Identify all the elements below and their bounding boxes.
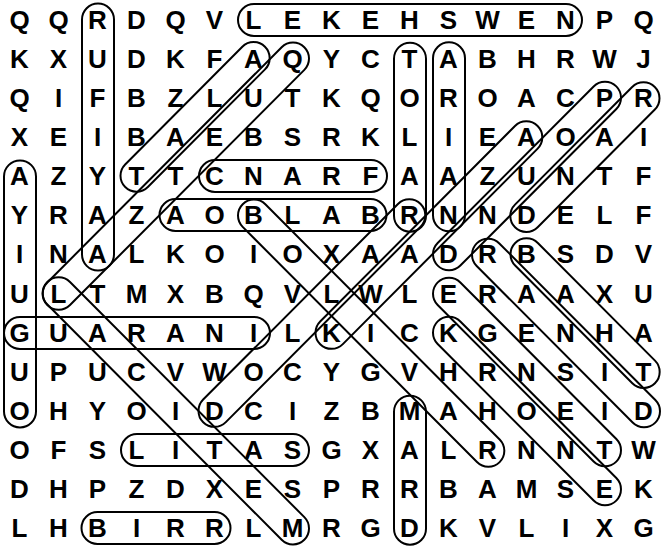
grid-cell-r5c3[interactable]: Y: [78, 157, 117, 196]
grid-cell-r12c2[interactable]: F: [39, 431, 78, 470]
grid-cell-r14c10[interactable]: G: [351, 509, 390, 548]
grid-cell-r10c13[interactable]: R: [468, 352, 507, 391]
grid-cell-r9c16[interactable]: H: [585, 313, 624, 352]
grid-cell-r10c11[interactable]: V: [390, 352, 429, 391]
grid-cell-r8c17[interactable]: U: [624, 274, 663, 313]
grid-cell-r9c15[interactable]: N: [546, 313, 585, 352]
grid-cell-r6c14[interactable]: D: [507, 196, 546, 235]
grid-cell-r6c7[interactable]: B: [234, 196, 273, 235]
grid-cell-r6c3[interactable]: A: [78, 196, 117, 235]
grid-cell-r7c10[interactable]: A: [351, 235, 390, 274]
grid-cell-r2c15[interactable]: R: [546, 39, 585, 78]
grid-cell-r7c9[interactable]: X: [312, 235, 351, 274]
grid-cell-r13c17[interactable]: K: [624, 470, 663, 509]
grid-cell-r5c7[interactable]: N: [234, 157, 273, 196]
grid-cell-r5c13[interactable]: Z: [468, 157, 507, 196]
grid-cell-r8c12[interactable]: E: [429, 274, 468, 313]
grid-cell-r3c5[interactable]: Z: [156, 78, 195, 117]
grid-cell-r11c16[interactable]: I: [585, 391, 624, 430]
grid-cell-r1c3[interactable]: R: [78, 0, 117, 39]
grid-cell-r4c8[interactable]: S: [273, 117, 312, 156]
grid-cell-r13c4[interactable]: Z: [117, 470, 156, 509]
grid-cell-r2c12[interactable]: A: [429, 39, 468, 78]
grid-cell-r10c9[interactable]: Y: [312, 352, 351, 391]
grid-cell-r6c5[interactable]: A: [156, 196, 195, 235]
grid-cell-r8c4[interactable]: M: [117, 274, 156, 313]
grid-cell-r10c17[interactable]: T: [624, 352, 663, 391]
grid-cell-r11c17[interactable]: D: [624, 391, 663, 430]
grid-cell-r7c16[interactable]: D: [585, 235, 624, 274]
grid-cell-r11c14[interactable]: O: [507, 391, 546, 430]
grid-cell-r9c1[interactable]: G: [0, 313, 39, 352]
grid-cell-r5c4[interactable]: T: [117, 157, 156, 196]
grid-cell-r7c7[interactable]: I: [234, 235, 273, 274]
grid-cell-r4c10[interactable]: K: [351, 117, 390, 156]
grid-cell-r9c8[interactable]: L: [273, 313, 312, 352]
grid-cell-r13c16[interactable]: E: [585, 470, 624, 509]
grid-cell-r3c11[interactable]: O: [390, 78, 429, 117]
grid-cell-r5c12[interactable]: A: [429, 157, 468, 196]
grid-cell-r11c1[interactable]: O: [0, 391, 39, 430]
grid-cell-r11c4[interactable]: O: [117, 391, 156, 430]
grid-cell-r10c14[interactable]: N: [507, 352, 546, 391]
grid-cell-r3c13[interactable]: O: [468, 78, 507, 117]
grid-cell-r7c3[interactable]: A: [78, 235, 117, 274]
grid-cell-r8c5[interactable]: X: [156, 274, 195, 313]
grid-cell-r10c8[interactable]: C: [273, 352, 312, 391]
grid-cell-r5c9[interactable]: R: [312, 157, 351, 196]
grid-cell-r10c2[interactable]: P: [39, 352, 78, 391]
grid-cell-r12c15[interactable]: N: [546, 431, 585, 470]
grid-cell-r9c14[interactable]: E: [507, 313, 546, 352]
grid-cell-r5c8[interactable]: A: [273, 157, 312, 196]
grid-cell-r11c15[interactable]: E: [546, 391, 585, 430]
grid-cell-r11c10[interactable]: B: [351, 391, 390, 430]
grid-cell-r4c9[interactable]: R: [312, 117, 351, 156]
grid-cell-r12c6[interactable]: T: [195, 431, 234, 470]
grid-cell-r4c11[interactable]: L: [390, 117, 429, 156]
grid-cell-r8c3[interactable]: T: [78, 274, 117, 313]
grid-cell-r9c17[interactable]: A: [624, 313, 663, 352]
grid-cell-r9c10[interactable]: I: [351, 313, 390, 352]
grid-cell-r3c15[interactable]: C: [546, 78, 585, 117]
grid-cell-r2c11[interactable]: T: [390, 39, 429, 78]
grid-cell-r9c13[interactable]: G: [468, 313, 507, 352]
grid-cell-r7c11[interactable]: A: [390, 235, 429, 274]
grid-cell-r10c6[interactable]: W: [195, 352, 234, 391]
grid-cell-r5c16[interactable]: T: [585, 157, 624, 196]
grid-cell-r1c14[interactable]: E: [507, 0, 546, 39]
grid-cell-r9c11[interactable]: C: [390, 313, 429, 352]
grid-cell-r7c1[interactable]: I: [0, 235, 39, 274]
grid-cell-r5c11[interactable]: A: [390, 157, 429, 196]
grid-cell-r8c10[interactable]: W: [351, 274, 390, 313]
grid-cell-r4c3[interactable]: I: [78, 117, 117, 156]
grid-cell-r12c16[interactable]: T: [585, 431, 624, 470]
grid-cell-r2c3[interactable]: U: [78, 39, 117, 78]
grid-cell-r10c16[interactable]: I: [585, 352, 624, 391]
grid-cell-r3c12[interactable]: R: [429, 78, 468, 117]
grid-cell-r12c14[interactable]: N: [507, 431, 546, 470]
grid-cell-r7c12[interactable]: D: [429, 235, 468, 274]
grid-cell-r12c12[interactable]: L: [429, 431, 468, 470]
grid-cell-r10c15[interactable]: S: [546, 352, 585, 391]
grid-cell-r13c11[interactable]: R: [390, 470, 429, 509]
grid-cell-r12c17[interactable]: W: [624, 431, 663, 470]
grid-cell-r8c13[interactable]: R: [468, 274, 507, 313]
grid-cell-r11c2[interactable]: H: [39, 391, 78, 430]
grid-cell-r5c1[interactable]: A: [0, 157, 39, 196]
grid-cell-r4c12[interactable]: I: [429, 117, 468, 156]
grid-cell-r13c14[interactable]: M: [507, 470, 546, 509]
grid-cell-r2c1[interactable]: K: [0, 39, 39, 78]
grid-cell-r5c5[interactable]: T: [156, 157, 195, 196]
grid-cell-r6c17[interactable]: F: [624, 196, 663, 235]
grid-cell-r4c1[interactable]: X: [0, 117, 39, 156]
grid-cell-r7c6[interactable]: O: [195, 235, 234, 274]
grid-cell-r4c16[interactable]: A: [585, 117, 624, 156]
grid-cell-r2c6[interactable]: F: [195, 39, 234, 78]
grid-cell-r12c5[interactable]: I: [156, 431, 195, 470]
grid-cell-r6c2[interactable]: R: [39, 196, 78, 235]
grid-cell-r12c13[interactable]: R: [468, 431, 507, 470]
grid-cell-r1c10[interactable]: E: [351, 0, 390, 39]
word-search-board: QQRDQVLEKEHSWENPQKXUDKFAQYCTABHRWJQIFBZL…: [0, 0, 663, 548]
grid-cell-r13c10[interactable]: R: [351, 470, 390, 509]
grid-cell-r10c12[interactable]: H: [429, 352, 468, 391]
grid-cell-r4c17[interactable]: I: [624, 117, 663, 156]
grid-cell-r10c7[interactable]: O: [234, 352, 273, 391]
grid-cell-r4c15[interactable]: O: [546, 117, 585, 156]
grid-cell-r10c10[interactable]: G: [351, 352, 390, 391]
grid-cell-r1c11[interactable]: H: [390, 0, 429, 39]
grid-cell-r10c3[interactable]: U: [78, 352, 117, 391]
grid-cell-r1c13[interactable]: W: [468, 0, 507, 39]
grid-cell-r1c7[interactable]: L: [234, 0, 273, 39]
grid-cell-r7c4[interactable]: L: [117, 235, 156, 274]
grid-cell-r11c7[interactable]: C: [234, 391, 273, 430]
grid-cell-r13c9[interactable]: P: [312, 470, 351, 509]
grid-cell-r14c17[interactable]: G: [624, 509, 663, 548]
grid-cell-r12c3[interactable]: S: [78, 431, 117, 470]
grid-cell-r9c12[interactable]: K: [429, 313, 468, 352]
grid-cell-r1c9[interactable]: K: [312, 0, 351, 39]
grid-cell-r11c3[interactable]: Y: [78, 391, 117, 430]
grid-cell-r1c6[interactable]: V: [195, 0, 234, 39]
grid-cell-r12c9[interactable]: G: [312, 431, 351, 470]
grid-cell-r8c14[interactable]: A: [507, 274, 546, 313]
grid-cell-r14c14[interactable]: L: [507, 509, 546, 548]
grid-cell-r2c4[interactable]: D: [117, 39, 156, 78]
grid-cell-r14c8[interactable]: M: [273, 509, 312, 548]
grid-cell-r5c17[interactable]: F: [624, 157, 663, 196]
grid-cell-r14c15[interactable]: I: [546, 509, 585, 548]
grid-cell-r4c14[interactable]: A: [507, 117, 546, 156]
grid-cell-r1c5[interactable]: Q: [156, 0, 195, 39]
grid-cell-r3c7[interactable]: U: [234, 78, 273, 117]
grid-cell-r8c16[interactable]: X: [585, 274, 624, 313]
grid-cell-r13c15[interactable]: S: [546, 470, 585, 509]
grid-cell-r2c16[interactable]: W: [585, 39, 624, 78]
grid-cell-r14c3[interactable]: B: [78, 509, 117, 548]
grid-cell-r9c4[interactable]: R: [117, 313, 156, 352]
grid-cell-r6c9[interactable]: A: [312, 196, 351, 235]
grid-cell-r14c13[interactable]: V: [468, 509, 507, 548]
grid-cell-r13c8[interactable]: S: [273, 470, 312, 509]
grid-cell-r9c9[interactable]: K: [312, 313, 351, 352]
grid-cell-r2c5[interactable]: K: [156, 39, 195, 78]
grid-cell-r9c7[interactable]: I: [234, 313, 273, 352]
grid-cell-r3c17[interactable]: R: [624, 78, 663, 117]
grid-cell-r10c4[interactable]: C: [117, 352, 156, 391]
grid-cell-r12c8[interactable]: S: [273, 431, 312, 470]
grid-cell-r8c2[interactable]: L: [39, 274, 78, 313]
grid-cell-r7c5[interactable]: K: [156, 235, 195, 274]
grid-cell-r7c14[interactable]: B: [507, 235, 546, 274]
grid-cell-r8c7[interactable]: Q: [234, 274, 273, 313]
grid-cell-r6c10[interactable]: B: [351, 196, 390, 235]
grid-cell-r6c11[interactable]: R: [390, 196, 429, 235]
grid-cell-r10c5[interactable]: V: [156, 352, 195, 391]
grid-cell-r14c11[interactable]: D: [390, 509, 429, 548]
grid-cell-r5c2[interactable]: Z: [39, 157, 78, 196]
grid-cell-r2c7[interactable]: A: [234, 39, 273, 78]
grid-cell-r7c13[interactable]: R: [468, 235, 507, 274]
grid-cell-r1c12[interactable]: S: [429, 0, 468, 39]
grid-cell-r6c6[interactable]: O: [195, 196, 234, 235]
grid-cell-r7c2[interactable]: N: [39, 235, 78, 274]
grid-cell-r8c6[interactable]: B: [195, 274, 234, 313]
grid-cell-r5c10[interactable]: F: [351, 157, 390, 196]
grid-cell-r7c8[interactable]: O: [273, 235, 312, 274]
grid-cell-r14c4[interactable]: I: [117, 509, 156, 548]
grid-cell-r14c9[interactable]: R: [312, 509, 351, 548]
grid-cell-r4c2[interactable]: E: [39, 117, 78, 156]
grid-cell-r4c6[interactable]: E: [195, 117, 234, 156]
grid-cell-r4c13[interactable]: E: [468, 117, 507, 156]
grid-cell-r12c7[interactable]: A: [234, 431, 273, 470]
grid-cell-r13c7[interactable]: E: [234, 470, 273, 509]
grid-cell-r6c8[interactable]: L: [273, 196, 312, 235]
grid-cell-r2c10[interactable]: C: [351, 39, 390, 78]
grid-cell-r14c5[interactable]: R: [156, 509, 195, 548]
grid-cell-r11c5[interactable]: I: [156, 391, 195, 430]
grid-cell-r8c11[interactable]: L: [390, 274, 429, 313]
grid-cell-r7c17[interactable]: V: [624, 235, 663, 274]
grid-cell-r14c12[interactable]: K: [429, 509, 468, 548]
grid-cell-r11c12[interactable]: A: [429, 391, 468, 430]
grid-cell-r12c11[interactable]: A: [390, 431, 429, 470]
letter-grid: QQRDQVLEKEHSWENPQKXUDKFAQYCTABHRWJQIFBZL…: [0, 0, 663, 548]
grid-cell-r6c16[interactable]: L: [585, 196, 624, 235]
grid-cell-r9c3[interactable]: A: [78, 313, 117, 352]
grid-cell-r14c7[interactable]: L: [234, 509, 273, 548]
grid-cell-r2c8[interactable]: Q: [273, 39, 312, 78]
grid-cell-r6c4[interactable]: Z: [117, 196, 156, 235]
grid-cell-r4c5[interactable]: A: [156, 117, 195, 156]
grid-cell-r6c15[interactable]: E: [546, 196, 585, 235]
grid-cell-r13c13[interactable]: A: [468, 470, 507, 509]
grid-cell-r2c9[interactable]: Y: [312, 39, 351, 78]
grid-cell-r11c9[interactable]: Z: [312, 391, 351, 430]
grid-cell-r3c4[interactable]: B: [117, 78, 156, 117]
grid-cell-r3c9[interactable]: K: [312, 78, 351, 117]
grid-cell-r5c15[interactable]: N: [546, 157, 585, 196]
grid-cell-r3c8[interactable]: T: [273, 78, 312, 117]
grid-cell-r9c5[interactable]: A: [156, 313, 195, 352]
grid-cell-r1c16[interactable]: P: [585, 0, 624, 39]
grid-cell-r3c6[interactable]: L: [195, 78, 234, 117]
grid-cell-r13c1[interactable]: D: [0, 470, 39, 509]
grid-cell-r13c2[interactable]: H: [39, 470, 78, 509]
grid-cell-r8c1[interactable]: U: [0, 274, 39, 313]
grid-cell-r4c7[interactable]: B: [234, 117, 273, 156]
grid-cell-r9c2[interactable]: U: [39, 313, 78, 352]
grid-cell-r8c9[interactable]: L: [312, 274, 351, 313]
grid-cell-r3c2[interactable]: I: [39, 78, 78, 117]
grid-cell-r12c4[interactable]: L: [117, 431, 156, 470]
grid-cell-r12c10[interactable]: X: [351, 431, 390, 470]
grid-cell-r3c1[interactable]: Q: [0, 78, 39, 117]
grid-cell-r2c14[interactable]: H: [507, 39, 546, 78]
grid-cell-r6c12[interactable]: N: [429, 196, 468, 235]
grid-cell-r5c6[interactable]: C: [195, 157, 234, 196]
grid-cell-r1c15[interactable]: N: [546, 0, 585, 39]
grid-cell-r1c1[interactable]: Q: [0, 0, 39, 39]
grid-cell-r2c2[interactable]: X: [39, 39, 78, 78]
grid-cell-r12c1[interactable]: O: [0, 431, 39, 470]
grid-cell-r8c15[interactable]: A: [546, 274, 585, 313]
grid-cell-r11c13[interactable]: H: [468, 391, 507, 430]
grid-cell-r3c10[interactable]: Q: [351, 78, 390, 117]
grid-cell-r2c13[interactable]: B: [468, 39, 507, 78]
grid-cell-r3c14[interactable]: A: [507, 78, 546, 117]
grid-cell-r8c8[interactable]: V: [273, 274, 312, 313]
grid-cell-r2c17[interactable]: J: [624, 39, 663, 78]
grid-cell-r14c6[interactable]: R: [195, 509, 234, 548]
grid-cell-r3c16[interactable]: P: [585, 78, 624, 117]
grid-cell-r5c14[interactable]: U: [507, 157, 546, 196]
grid-cell-r1c17[interactable]: Q: [624, 0, 663, 39]
grid-cell-r1c4[interactable]: D: [117, 0, 156, 39]
grid-cell-r14c16[interactable]: X: [585, 509, 624, 548]
grid-cell-r13c5[interactable]: D: [156, 470, 195, 509]
grid-cell-r1c8[interactable]: E: [273, 0, 312, 39]
grid-cell-r11c11[interactable]: M: [390, 391, 429, 430]
grid-cell-r10c1[interactable]: U: [0, 352, 39, 391]
grid-cell-r14c2[interactable]: H: [39, 509, 78, 548]
grid-cell-r9c6[interactable]: N: [195, 313, 234, 352]
grid-cell-r7c15[interactable]: S: [546, 235, 585, 274]
grid-cell-r13c3[interactable]: P: [78, 470, 117, 509]
grid-cell-r14c1[interactable]: L: [0, 509, 39, 548]
grid-cell-r13c12[interactable]: B: [429, 470, 468, 509]
grid-cell-r3c3[interactable]: F: [78, 78, 117, 117]
grid-cell-r6c1[interactable]: Y: [0, 196, 39, 235]
grid-cell-r4c4[interactable]: B: [117, 117, 156, 156]
grid-cell-r11c8[interactable]: I: [273, 391, 312, 430]
grid-cell-r11c6[interactable]: D: [195, 391, 234, 430]
grid-cell-r1c2[interactable]: Q: [39, 0, 78, 39]
grid-cell-r13c6[interactable]: X: [195, 470, 234, 509]
grid-cell-r6c13[interactable]: N: [468, 196, 507, 235]
